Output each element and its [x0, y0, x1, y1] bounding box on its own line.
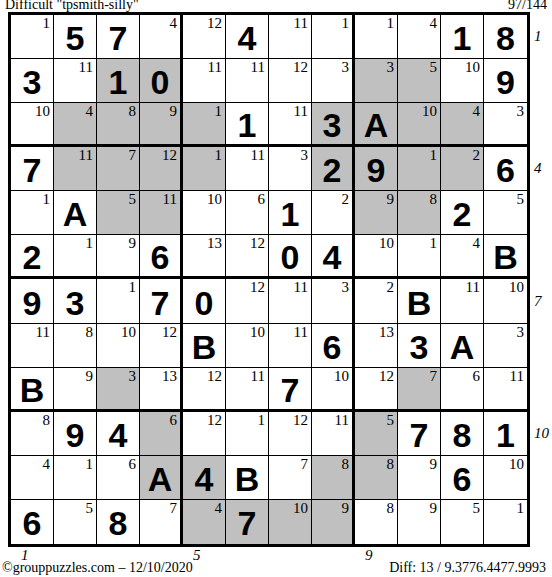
cell-value: 4 [323, 240, 342, 274]
cell-r3c1[interactable]: 10 [11, 103, 54, 147]
cell-r9c11[interactable]: 6 [441, 368, 484, 412]
cell-r9c10[interactable]: 7 [398, 368, 441, 412]
cell-r7c2[interactable]: 3 [54, 279, 97, 323]
cell-r11c5[interactable]: 4 [183, 456, 226, 500]
cell-value: 9 [367, 153, 386, 187]
cell-r12c3[interactable]: 8 [97, 500, 140, 544]
row-label-10: 10 [534, 426, 549, 441]
cell-value: B [235, 462, 260, 496]
cell-r8c8[interactable]: 6 [312, 324, 355, 368]
cell-r12c4[interactable]: 7 [140, 500, 183, 544]
cell-r2c9[interactable]: 3 [355, 59, 398, 103]
cell-r6c7[interactable]: 0 [269, 235, 312, 279]
cell-r10c2[interactable]: 9 [54, 412, 97, 456]
corner-number: 11 [251, 59, 265, 75]
corner-number: 7 [170, 500, 178, 516]
cell-value: 9 [23, 286, 42, 320]
cell-value: 1 [109, 65, 128, 99]
cell-r2c2[interactable]: 11 [54, 59, 97, 103]
cell-r6c4[interactable]: 6 [140, 235, 183, 279]
cell-r11c3[interactable]: 6 [97, 456, 140, 500]
corner-number: 12 [293, 59, 308, 75]
cell-r11c2[interactable]: 1 [54, 456, 97, 500]
corner-number: 12 [250, 279, 265, 295]
cell-r2c6[interactable]: 11 [226, 59, 269, 103]
cell-r9c6[interactable]: 11 [226, 368, 269, 412]
corner-number: 8 [342, 456, 350, 472]
cell-r6c9[interactable]: 10 [355, 235, 398, 279]
corner-number: 11 [208, 59, 222, 75]
cell-r10c7[interactable]: 12 [269, 412, 312, 456]
cell-value: 3 [410, 330, 429, 364]
cell-r1c9[interactable]: 1 [355, 15, 398, 59]
cell-r2c1[interactable]: 3 [11, 59, 54, 103]
col-label-9: 9 [365, 548, 373, 563]
cell-value: A [450, 330, 475, 364]
corner-number: 11 [294, 15, 308, 31]
corner-number: 8 [387, 456, 395, 472]
cell-value: 1 [238, 108, 257, 142]
cell-value: A [63, 197, 88, 231]
cell-r10c6[interactable]: 1 [226, 412, 269, 456]
cell-r7c1[interactable]: 9 [11, 279, 54, 323]
cell-r4c10[interactable]: 1 [398, 147, 441, 191]
cell-r5c2[interactable]: A [54, 191, 97, 235]
cell-r4c9[interactable]: 9 [355, 147, 398, 191]
cell-r8c7[interactable]: 11 [269, 324, 312, 368]
cell-r10c11[interactable]: 8 [441, 412, 484, 456]
corner-number: 10 [465, 59, 480, 75]
cell-r3c6[interactable]: 1 [226, 103, 269, 147]
cell-r10c5[interactable]: 12 [183, 412, 226, 456]
cell-r5c1[interactable]: 1 [11, 191, 54, 235]
cell-value: 5 [66, 21, 85, 55]
corner-number: 4 [430, 15, 438, 31]
cell-r10c12[interactable]: 1 [484, 412, 527, 456]
cell-r12c7[interactable]: 10 [269, 500, 312, 544]
cell-r7c9[interactable]: 2 [355, 279, 398, 323]
cell-r12c9[interactable]: 8 [355, 500, 398, 544]
corner-number: 11 [294, 279, 308, 295]
cell-value: B [493, 240, 518, 274]
cell-r8c5[interactable]: B [183, 324, 226, 368]
col-label-5: 5 [193, 548, 201, 563]
cell-r11c10[interactable]: 9 [398, 456, 441, 500]
cell-r11c7[interactable]: 7 [269, 456, 312, 500]
corner-number: 10 [121, 324, 136, 340]
corner-number: 4 [86, 103, 94, 119]
cell-r1c4[interactable]: 4 [140, 15, 183, 59]
cell-value: 2 [23, 240, 42, 274]
cell-value: 7 [281, 373, 300, 407]
corner-number: 9 [430, 500, 438, 516]
cell-r7c5[interactable]: 0 [183, 279, 226, 323]
cell-r9c3[interactable]: 3 [97, 368, 140, 412]
cell-r3c4[interactable]: 9 [140, 103, 183, 147]
cell-value: 3 [23, 65, 42, 99]
corner-number: 3 [342, 279, 350, 295]
corner-number: 10 [35, 103, 50, 119]
corner-number: 1 [43, 15, 51, 31]
cell-value: 7 [23, 153, 42, 187]
cell-r6c2[interactable]: 1 [54, 235, 97, 279]
corner-number: 10 [250, 324, 265, 340]
puzzle-counter: 97/144 [508, 0, 547, 12]
corner-number: 7 [430, 368, 438, 384]
corner-number: 2 [342, 191, 350, 207]
cell-r11c1[interactable]: 4 [11, 456, 54, 500]
cell-value: 7 [410, 418, 429, 452]
cell-value: 4 [238, 21, 257, 55]
corner-number: 5 [473, 500, 481, 516]
cell-r12c6[interactable]: 7 [226, 500, 269, 544]
page-title: Difficult "tpsmith-silly" [5, 0, 139, 12]
corner-number: 13 [162, 368, 177, 384]
cell-r4c2[interactable]: 11 [54, 147, 97, 191]
cell-value: 4 [195, 462, 214, 496]
corner-number: 10 [422, 103, 437, 119]
corner-number: 9 [129, 235, 137, 251]
corner-number: 12 [207, 368, 222, 384]
cell-value: 1 [496, 418, 515, 452]
cell-r2c11[interactable]: 10 [441, 59, 484, 103]
cell-value: 8 [496, 21, 515, 55]
cell-r6c8[interactable]: 4 [312, 235, 355, 279]
cell-r6c6[interactable]: 12 [226, 235, 269, 279]
cell-r10c4[interactable]: 6 [140, 412, 183, 456]
cell-value: A [148, 462, 173, 496]
corner-number: 5 [517, 191, 525, 207]
corner-number: 4 [215, 500, 223, 516]
corner-number: 12 [250, 235, 265, 251]
cell-value: 9 [66, 418, 85, 452]
corner-number: 11 [335, 412, 349, 428]
cell-r2c10[interactable]: 5 [398, 59, 441, 103]
corner-number: 3 [387, 59, 395, 75]
corner-number: 12 [162, 147, 177, 163]
corner-number: 11 [79, 147, 93, 163]
corner-number: 8 [129, 103, 137, 119]
cell-value: 0 [281, 240, 300, 274]
corner-number: 6 [129, 456, 137, 472]
corner-number: 12 [293, 412, 308, 428]
cell-r6c11[interactable]: 4 [441, 235, 484, 279]
corner-number: 1 [258, 412, 266, 428]
cell-value: 7 [151, 286, 170, 320]
cell-r8c12[interactable]: 3 [484, 324, 527, 368]
cell-r7c7[interactable]: 11 [269, 279, 312, 323]
corner-number: 11 [163, 191, 177, 207]
cell-r10c10[interactable]: 7 [398, 412, 441, 456]
corner-number: 5 [387, 412, 395, 428]
corner-number: 4 [43, 456, 51, 472]
corner-number: 9 [86, 368, 94, 384]
corner-number: 1 [86, 235, 94, 251]
corner-number: 10 [379, 235, 394, 251]
cell-r7c6[interactable]: 12 [226, 279, 269, 323]
cell-r9c7[interactable]: 7 [269, 368, 312, 412]
cell-r3c10[interactable]: 10 [398, 103, 441, 147]
cell-r5c12[interactable]: 5 [484, 191, 527, 235]
cell-r9c8[interactable]: 10 [312, 368, 355, 412]
corner-number: 1 [342, 15, 350, 31]
row-label-4: 4 [534, 161, 542, 176]
corner-number: 13 [207, 235, 222, 251]
corner-number: 13 [379, 324, 394, 340]
cell-r1c10[interactable]: 4 [398, 15, 441, 59]
cell-r7c4[interactable]: 7 [140, 279, 183, 323]
cell-r6c1[interactable]: 2 [11, 235, 54, 279]
cell-r2c7[interactable]: 12 [269, 59, 312, 103]
corner-number: 1 [430, 147, 438, 163]
cell-r4c8[interactable]: 2 [312, 147, 355, 191]
cell-r1c7[interactable]: 11 [269, 15, 312, 59]
corner-number: 4 [473, 103, 481, 119]
cell-r5c11[interactable]: 2 [441, 191, 484, 235]
corner-number: 5 [86, 500, 94, 516]
corner-number: 1 [129, 279, 137, 295]
corner-number: 6 [170, 412, 178, 428]
cell-r9c5[interactable]: 12 [183, 368, 226, 412]
corner-number: 7 [129, 147, 137, 163]
corner-number: 5 [129, 191, 137, 207]
cell-r11c8[interactable]: 8 [312, 456, 355, 500]
cell-r7c11[interactable]: 11 [441, 279, 484, 323]
cell-r9c9[interactable]: 12 [355, 368, 398, 412]
cell-r12c5[interactable]: 4 [183, 500, 226, 544]
cell-value: 6 [151, 240, 170, 274]
cell-r5c10[interactable]: 8 [398, 191, 441, 235]
cell-r10c3[interactable]: 4 [97, 412, 140, 456]
cell-r5c3[interactable]: 5 [97, 191, 140, 235]
cell-r2c5[interactable]: 11 [183, 59, 226, 103]
corner-number: 8 [43, 412, 51, 428]
corner-number: 10 [293, 500, 308, 516]
cell-r3c9[interactable]: A [355, 103, 398, 147]
cell-r4c4[interactable]: 12 [140, 147, 183, 191]
corner-number: 12 [207, 412, 222, 428]
cell-r11c9[interactable]: 8 [355, 456, 398, 500]
corner-number: 11 [294, 103, 308, 119]
cell-r6c5[interactable]: 13 [183, 235, 226, 279]
corner-number: 11 [251, 147, 265, 163]
corner-number: 2 [387, 279, 395, 295]
corner-number: 8 [86, 324, 94, 340]
corner-number: 3 [517, 103, 525, 119]
cell-value: 0 [195, 286, 214, 320]
cell-r11c6[interactable]: B [226, 456, 269, 500]
cell-r6c12[interactable]: B [484, 235, 527, 279]
cell-r9c2[interactable]: 9 [54, 368, 97, 412]
cell-r12c10[interactable]: 9 [398, 500, 441, 544]
cell-r8c11[interactable]: A [441, 324, 484, 368]
corner-number: 11 [294, 324, 308, 340]
cell-r12c2[interactable]: 5 [54, 500, 97, 544]
cell-value: 7 [109, 21, 128, 55]
cell-r3c11[interactable]: 4 [441, 103, 484, 147]
cell-r9c12[interactable]: 11 [484, 368, 527, 412]
cell-r8c1[interactable]: 11 [11, 324, 54, 368]
difficulty-text: Diff: 13 / 9.3776.4477.9993 [389, 560, 546, 575]
corner-number: 2 [473, 147, 481, 163]
cell-value: A [364, 108, 389, 142]
cell-r3c12[interactable]: 3 [484, 103, 527, 147]
cell-r2c3[interactable]: 1 [97, 59, 140, 103]
cell-r10c8[interactable]: 11 [312, 412, 355, 456]
cell-r5c7[interactable]: 1 [269, 191, 312, 235]
cell-r1c11[interactable]: 1 [441, 15, 484, 59]
cell-value: 8 [109, 506, 128, 540]
cell-value: 9 [496, 65, 515, 99]
cell-r8c2[interactable]: 8 [54, 324, 97, 368]
cell-r9c1[interactable]: B [11, 368, 54, 412]
cell-r8c9[interactable]: 13 [355, 324, 398, 368]
corner-number: 1 [215, 103, 223, 119]
corner-number: 3 [517, 324, 525, 340]
cell-r11c4[interactable]: A [140, 456, 183, 500]
corner-number: 5 [430, 59, 438, 75]
cell-r12c12[interactable]: 1 [484, 500, 527, 544]
cell-r12c11[interactable]: 5 [441, 500, 484, 544]
corner-number: 12 [162, 324, 177, 340]
cell-r4c5[interactable]: 1 [183, 147, 226, 191]
cell-r1c3[interactable]: 7 [97, 15, 140, 59]
cell-r5c9[interactable]: 9 [355, 191, 398, 235]
cell-r1c6[interactable]: 4 [226, 15, 269, 59]
cell-value: 6 [453, 462, 472, 496]
corner-number: 12 [379, 368, 394, 384]
cell-value: 4 [109, 418, 128, 452]
cell-value: 6 [496, 153, 515, 187]
cell-r4c7[interactable]: 3 [269, 147, 312, 191]
row-label-7: 7 [534, 294, 542, 309]
corner-number: 10 [509, 279, 524, 295]
corner-number: 9 [342, 500, 350, 516]
cell-r3c7[interactable]: 11 [269, 103, 312, 147]
cell-value: 6 [323, 330, 342, 364]
corner-number: 9 [430, 456, 438, 472]
cell-r10c9[interactable]: 5 [355, 412, 398, 456]
corner-number: 6 [258, 191, 266, 207]
row-label-1: 1 [534, 29, 542, 44]
cell-value: 6 [23, 506, 42, 540]
cell-r2c12[interactable]: 9 [484, 59, 527, 103]
cell-r7c12[interactable]: 10 [484, 279, 527, 323]
cell-r1c8[interactable]: 1 [312, 15, 355, 59]
corner-number: 1 [430, 235, 438, 251]
corner-number: 11 [510, 368, 524, 384]
cell-r8c6[interactable]: 10 [226, 324, 269, 368]
cell-r5c8[interactable]: 2 [312, 191, 355, 235]
cell-r10c1[interactable]: 8 [11, 412, 54, 456]
cell-r5c5[interactable]: 10 [183, 191, 226, 235]
cell-r4c11[interactable]: 2 [441, 147, 484, 191]
corner-number: 1 [215, 147, 223, 163]
cell-r7c8[interactable]: 3 [312, 279, 355, 323]
cell-r4c12[interactable]: 6 [484, 147, 527, 191]
cell-r9c4[interactable]: 13 [140, 368, 183, 412]
cell-r1c1[interactable]: 1 [11, 15, 54, 59]
corner-number: 11 [79, 59, 93, 75]
corner-number: 6 [473, 368, 481, 384]
corner-number: 4 [473, 235, 481, 251]
cell-r3c3[interactable]: 8 [97, 103, 140, 147]
cell-value: 7 [238, 506, 257, 540]
corner-number: 1 [86, 456, 94, 472]
corner-number: 11 [251, 368, 265, 384]
corner-number: 3 [342, 59, 350, 75]
corner-number: 10 [509, 456, 524, 472]
cell-r7c10[interactable]: B [398, 279, 441, 323]
cell-value: 1 [453, 21, 472, 55]
cell-r6c10[interactable]: 1 [398, 235, 441, 279]
cell-value: 2 [323, 153, 342, 187]
cell-r2c8[interactable]: 3 [312, 59, 355, 103]
cell-r7c3[interactable]: 1 [97, 279, 140, 323]
cell-r8c10[interactable]: 3 [398, 324, 441, 368]
cell-r5c6[interactable]: 6 [226, 191, 269, 235]
corner-number: 1 [517, 500, 525, 516]
cell-r6c3[interactable]: 9 [97, 235, 140, 279]
corner-number: 12 [207, 15, 222, 31]
cell-value: 8 [453, 418, 472, 452]
cell-r4c3[interactable]: 7 [97, 147, 140, 191]
cell-r3c5[interactable]: 1 [183, 103, 226, 147]
cell-r5c4[interactable]: 11 [140, 191, 183, 235]
corner-number: 7 [301, 456, 309, 472]
cell-value: 0 [151, 65, 170, 99]
corner-number: 8 [430, 191, 438, 207]
cell-value: 1 [281, 197, 300, 231]
corner-number: 9 [170, 103, 178, 119]
corner-number: 9 [387, 191, 395, 207]
cell-r4c1[interactable]: 7 [11, 147, 54, 191]
corner-number: 11 [36, 324, 50, 340]
cell-r1c2[interactable]: 5 [54, 15, 97, 59]
cell-r12c8[interactable]: 9 [312, 500, 355, 544]
cell-value: B [407, 286, 432, 320]
cell-r4c6[interactable]: 11 [226, 147, 269, 191]
cell-value: 2 [453, 197, 472, 231]
cell-r11c12[interactable]: 10 [484, 456, 527, 500]
cell-r2c4[interactable]: 0 [140, 59, 183, 103]
corner-number: 3 [301, 147, 309, 163]
corner-number: 11 [466, 279, 480, 295]
corner-number: 4 [170, 15, 178, 31]
corner-number: 3 [129, 368, 137, 384]
corner-number: 10 [207, 191, 222, 207]
cell-r12c1[interactable]: 6 [11, 500, 54, 544]
cell-r8c4[interactable]: 12 [140, 324, 183, 368]
cell-r8c3[interactable]: 10 [97, 324, 140, 368]
sudoku-board: 1574124111141831110111112335109104891111… [8, 12, 530, 547]
cell-value: B [20, 373, 45, 407]
cell-value: 3 [66, 286, 85, 320]
corner-number: 10 [334, 368, 349, 384]
cell-r11c11[interactable]: 6 [441, 456, 484, 500]
cell-r1c12[interactable]: 8 [484, 15, 527, 59]
copyright-text: ©grouppuzzles.com – 12/10/2020 [2, 560, 193, 575]
corner-number: 1 [387, 15, 395, 31]
cell-r3c8[interactable]: 3 [312, 103, 355, 147]
corner-number: 1 [43, 191, 51, 207]
cell-r1c5[interactable]: 12 [183, 15, 226, 59]
cell-value: 3 [323, 108, 342, 142]
corner-number: 8 [387, 500, 395, 516]
cell-r3c2[interactable]: 4 [54, 103, 97, 147]
cell-value: B [192, 330, 217, 364]
